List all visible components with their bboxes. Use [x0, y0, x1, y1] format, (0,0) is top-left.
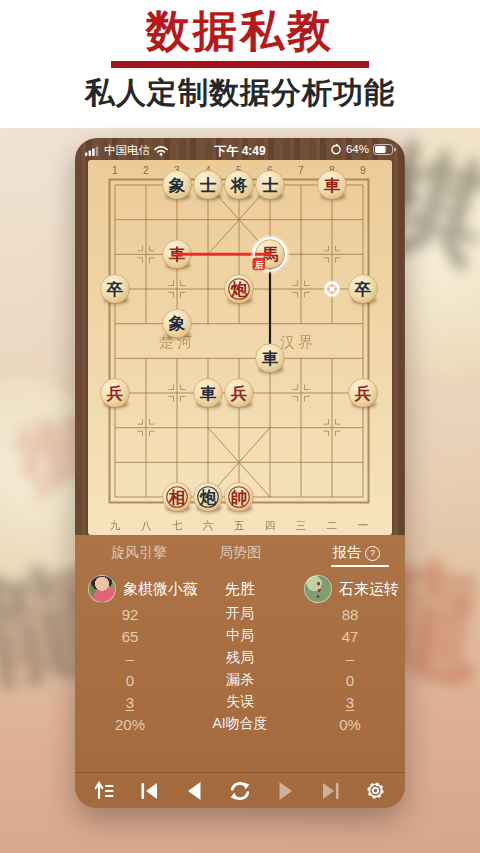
svg-text:車: 車: [262, 349, 279, 368]
svg-text:兵: 兵: [106, 384, 124, 403]
right-player-name: 石来运转: [339, 580, 399, 599]
skip-start-button[interactable]: [135, 776, 165, 806]
stat-value-left: 0: [75, 672, 185, 689]
help-icon[interactable]: ?: [365, 546, 380, 561]
skip-end-button[interactable]: [315, 776, 345, 806]
stat-row: 20%AI吻合度0%: [75, 713, 405, 735]
svg-text:后: 后: [253, 260, 263, 270]
stat-row: 3失误3: [75, 691, 405, 713]
svg-text:7: 7: [298, 164, 304, 176]
toolbar: [75, 773, 405, 808]
stat-row: 92开局88: [75, 603, 405, 625]
svg-text:相: 相: [168, 488, 186, 507]
stat-value-right[interactable]: 3: [295, 694, 405, 711]
stat-value-left: –: [75, 650, 185, 667]
step-forward-button[interactable]: [270, 776, 300, 806]
stat-row: 0漏杀0: [75, 669, 405, 691]
svg-text:1: 1: [112, 164, 118, 176]
svg-text:炮: 炮: [199, 488, 217, 507]
svg-text:車: 車: [324, 176, 341, 195]
stat-label: AI吻合度: [185, 715, 295, 733]
settings-gear-icon[interactable]: [360, 776, 390, 806]
svg-text:象: 象: [168, 176, 186, 195]
stat-value-right: 47: [295, 628, 405, 645]
phone-screenshot: 中国电信 下午 4:49 64%: [75, 138, 405, 808]
svg-text:汉界: 汉界: [280, 334, 316, 350]
players-row: 象棋微小薇 先胜 石来运转: [75, 575, 405, 603]
svg-text:士: 士: [262, 176, 279, 195]
svg-text:八: 八: [141, 520, 152, 531]
title-divider: [111, 61, 369, 68]
tab-cyclone-engine[interactable]: 旋风引擎: [111, 544, 167, 562]
svg-text:九: 九: [110, 520, 121, 531]
svg-text:将: 将: [230, 176, 248, 195]
svg-text:車: 車: [200, 384, 217, 403]
battery-percent: 64%: [346, 143, 369, 155]
svg-text:五: 五: [234, 520, 245, 531]
promo-header: 数据私教 私人定制数据分析功能: [0, 0, 480, 128]
xiangqi-board[interactable]: 123456789九八七六五四三二一楚河汉界 象士将士車車馬卒炮卒象車兵車兵兵相…: [88, 160, 392, 535]
stat-row: –残局–: [75, 647, 405, 669]
tab-report-label: 报告: [333, 544, 361, 562]
stat-value-left: 65: [75, 628, 185, 645]
svg-text:卒: 卒: [106, 280, 124, 299]
stat-value-right: 0%: [295, 716, 405, 733]
stat-label: 开局: [185, 605, 295, 623]
svg-text:兵: 兵: [230, 384, 248, 403]
analysis-panel: 旋风引擎 局势图 报告 ? 象棋微小薇 先胜 石来运转 92开局8865中局47…: [75, 535, 405, 808]
stat-value-right: –: [295, 650, 405, 667]
svg-text:三: 三: [296, 520, 307, 531]
stat-label: 残局: [185, 649, 295, 667]
svg-text:帥: 帥: [231, 488, 248, 507]
svg-text:9: 9: [360, 164, 366, 176]
page-title: 数据私教: [0, 0, 480, 56]
right-player-avatar: [304, 575, 332, 603]
stat-label: 失误: [185, 693, 295, 711]
stat-label: 中局: [185, 627, 295, 645]
stat-value-right: 0: [295, 672, 405, 689]
svg-text:四: 四: [265, 520, 276, 531]
battery-icon: [373, 144, 397, 155]
svg-text:兵: 兵: [354, 384, 372, 403]
page-subtitle: 私人定制数据分析功能: [0, 73, 480, 114]
svg-text:象: 象: [168, 314, 186, 333]
rotation-lock-icon: [330, 143, 342, 155]
svg-text:2: 2: [143, 164, 149, 176]
svg-text:七: 七: [172, 520, 183, 531]
svg-text:一: 一: [358, 520, 369, 531]
stat-label: 漏杀: [185, 671, 295, 689]
active-tab-underline: [331, 565, 389, 567]
stat-value-left[interactable]: 3: [75, 694, 185, 711]
stat-value-left: 20%: [75, 716, 185, 733]
stats-table: 92开局8865中局47–残局–0漏杀03失误320%AI吻合度0%: [75, 603, 405, 735]
status-bar: 中国电信 下午 4:49 64%: [75, 138, 405, 162]
stat-row: 65中局47: [75, 625, 405, 647]
svg-text:士: 士: [200, 176, 217, 195]
match-result: 先胜: [225, 580, 255, 599]
stat-value-right: 88: [295, 606, 405, 623]
refresh-button[interactable]: [225, 776, 255, 806]
tab-situation-chart[interactable]: 局势图: [219, 544, 261, 562]
svg-text:卒: 卒: [354, 280, 372, 299]
svg-text:炮: 炮: [230, 280, 248, 299]
move-list-button[interactable]: [90, 776, 120, 806]
svg-text:二: 二: [327, 520, 338, 531]
stat-value-left: 92: [75, 606, 185, 623]
step-back-button[interactable]: [180, 776, 210, 806]
svg-text:六: 六: [203, 520, 214, 531]
tab-report[interactable]: 报告 ?: [333, 544, 380, 562]
